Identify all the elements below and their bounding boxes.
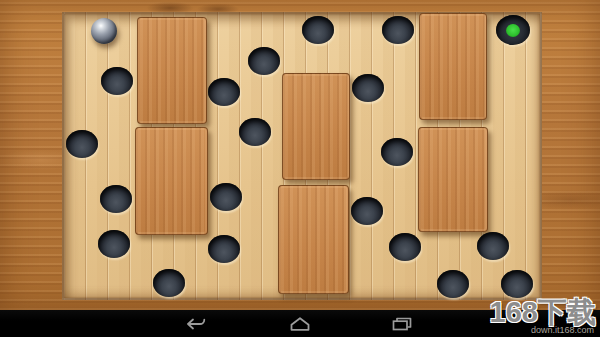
back-button[interactable] [183, 314, 211, 333]
obstacle-block [419, 13, 487, 120]
trap-hole [302, 16, 334, 44]
trap-hole [208, 235, 240, 263]
obstacle-block [278, 185, 349, 294]
trap-hole [352, 74, 384, 102]
obstacle-block [282, 73, 350, 180]
trap-hole [98, 230, 130, 258]
trap-hole [501, 270, 533, 298]
android-navbar [0, 310, 600, 337]
recents-icon [390, 316, 414, 332]
trap-hole [210, 183, 242, 211]
obstacle-block [137, 17, 207, 124]
obstacle-block [135, 127, 208, 235]
trap-hole [351, 197, 383, 225]
screen: 168下载 down.it168.com [0, 0, 600, 337]
back-icon [185, 316, 209, 332]
trap-hole [208, 78, 240, 106]
home-button[interactable] [286, 314, 314, 333]
goal-hole [496, 15, 530, 45]
obstacle-block [418, 127, 488, 232]
trap-hole [239, 118, 271, 146]
goal-green-dot [506, 24, 520, 37]
trap-hole [389, 233, 421, 261]
trap-hole [101, 67, 133, 95]
trap-hole [437, 270, 469, 298]
steel-ball [91, 18, 117, 44]
trap-hole [382, 16, 414, 44]
home-icon [288, 316, 312, 332]
trap-hole [381, 138, 413, 166]
trap-hole [477, 232, 509, 260]
trap-hole [248, 47, 280, 75]
trap-hole [153, 269, 185, 297]
trap-hole [66, 130, 98, 158]
recents-button[interactable] [388, 314, 416, 333]
trap-hole [100, 185, 132, 213]
board-layer [0, 0, 600, 310]
